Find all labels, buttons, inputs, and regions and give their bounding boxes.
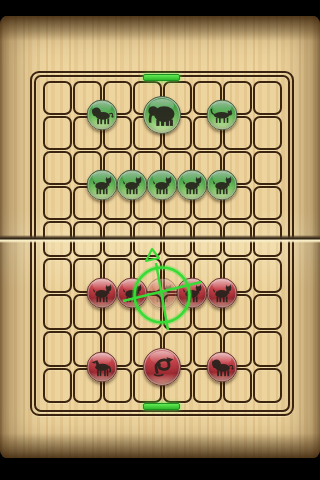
piece-green-lion[interactable]	[87, 100, 118, 131]
dog-icon	[179, 280, 205, 306]
dog-icon	[179, 172, 205, 198]
dog-icon	[119, 280, 145, 306]
piece-red-dog[interactable]	[207, 278, 238, 309]
board-cell	[253, 186, 282, 220]
board-cell	[253, 331, 282, 367]
piece-red-dog[interactable]	[87, 278, 118, 309]
board-fold-seam	[0, 235, 320, 243]
board-cell	[253, 294, 282, 330]
board-cell	[43, 258, 72, 293]
dog-icon	[149, 280, 175, 306]
dog-icon	[209, 172, 235, 198]
piece-red-dog[interactable]	[147, 278, 178, 309]
piece-green-dog[interactable]	[177, 170, 208, 201]
piece-green-dog[interactable]	[207, 170, 238, 201]
turn-indicator-top	[143, 74, 180, 81]
app-screen	[0, 0, 320, 480]
board-cell	[253, 81, 282, 115]
lion-icon	[89, 102, 115, 128]
dog-icon	[89, 280, 115, 306]
piece-red-dog[interactable]	[177, 278, 208, 309]
board-cell	[43, 81, 72, 115]
piece-red-dog[interactable]	[117, 278, 148, 309]
piece-green-dog[interactable]	[147, 170, 178, 201]
piece-red-horse[interactable]	[87, 352, 118, 383]
letterbox-bottom	[0, 458, 320, 480]
horse-icon	[89, 354, 115, 380]
piece-green-dog[interactable]	[117, 170, 148, 201]
elephant-icon	[146, 99, 178, 131]
piece-red-lion[interactable]	[207, 352, 238, 383]
board-cell	[43, 294, 72, 330]
piece-green-leopard[interactable]	[207, 100, 238, 131]
board-cell	[253, 258, 282, 293]
piece-green-dog[interactable]	[87, 170, 118, 201]
letterbox-top	[0, 0, 320, 16]
board-cell	[253, 368, 282, 403]
dog-icon	[149, 172, 175, 198]
turn-indicator-bottom	[143, 403, 180, 410]
dog-icon	[209, 280, 235, 306]
lion-icon	[209, 354, 235, 380]
board-cell	[43, 368, 72, 403]
board-cell	[43, 331, 72, 367]
piece-red-dragon[interactable]	[143, 348, 181, 386]
piece-green-elephant[interactable]	[143, 96, 181, 134]
dog-icon	[89, 172, 115, 198]
board-cell	[43, 186, 72, 220]
board-cell	[253, 151, 282, 185]
board-cell	[43, 116, 72, 150]
board-cell	[253, 116, 282, 150]
board-cell	[43, 151, 72, 185]
dog-icon	[119, 172, 145, 198]
dragon-icon	[146, 351, 178, 383]
leopard-icon	[209, 102, 235, 128]
